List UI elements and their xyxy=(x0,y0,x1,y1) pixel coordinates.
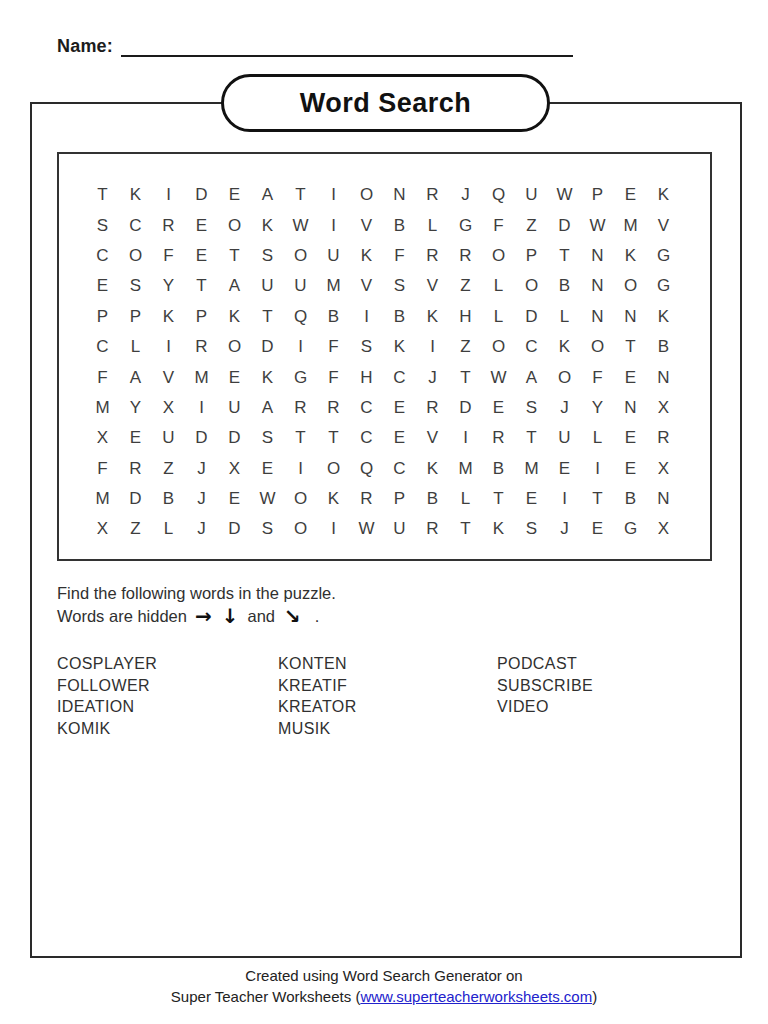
grid-cell: I xyxy=(284,332,317,362)
grid-cell: E xyxy=(185,241,218,271)
grid-cell: I xyxy=(152,180,185,210)
grid-cell: E xyxy=(614,423,647,453)
grid-cell: W xyxy=(251,484,284,514)
grid-cell: O xyxy=(581,332,614,362)
superteacherworksheets-link[interactable]: www.superteacherworksheets.com xyxy=(360,988,592,1005)
word-list-item: FOLLOWER xyxy=(57,675,157,697)
grid-cell: U xyxy=(218,393,251,423)
footer-line2: Super Teacher Worksheets (www.superteach… xyxy=(0,987,768,1008)
word-list-item: SUBSCRIBE xyxy=(497,675,593,697)
word-list-item: KONTEN xyxy=(278,653,357,675)
grid-cell: T xyxy=(449,362,482,392)
word-list-item: KREATIF xyxy=(278,675,357,697)
grid-cell: T xyxy=(515,423,548,453)
grid-cell: K xyxy=(647,180,680,210)
grid-cell: E xyxy=(614,180,647,210)
grid-cell: O xyxy=(284,514,317,544)
grid-cell: D xyxy=(218,423,251,453)
grid-cell: K xyxy=(251,362,284,392)
grid-cell: N xyxy=(614,302,647,332)
word-list-item: COSPLAYER xyxy=(57,653,157,675)
grid-cell: E xyxy=(383,423,416,453)
grid-cell: T xyxy=(86,180,119,210)
grid-cell: R xyxy=(185,332,218,362)
grid-cell: C xyxy=(350,423,383,453)
grid-cell: P xyxy=(86,302,119,332)
grid-cell: U xyxy=(152,423,185,453)
grid-cell: F xyxy=(86,454,119,484)
word-list-item: IDEATION xyxy=(57,696,157,718)
grid-cell: O xyxy=(284,484,317,514)
grid-cell: J xyxy=(548,393,581,423)
arrow-right-icon: → xyxy=(195,605,212,628)
grid-cell: U xyxy=(383,514,416,544)
word-list: COSPLAYERFOLLOWERIDEATIONKOMIK KONTENKRE… xyxy=(57,653,712,748)
grid-cell: F xyxy=(482,210,515,240)
grid-cell: O xyxy=(482,241,515,271)
grid-cell: B xyxy=(383,210,416,240)
grid-cell: Z xyxy=(515,210,548,240)
grid-cell: I xyxy=(317,180,350,210)
title-pill: Word Search xyxy=(221,74,550,132)
grid-cell: F xyxy=(86,362,119,392)
instructions-line1: Find the following words in the puzzle. xyxy=(57,582,336,605)
grid-cell: O xyxy=(317,454,350,484)
grid-cell: M xyxy=(86,393,119,423)
grid-cell: M xyxy=(86,484,119,514)
grid-cell: W xyxy=(350,514,383,544)
grid-cell: J xyxy=(416,362,449,392)
grid-cell: C xyxy=(383,362,416,392)
grid-cell: B xyxy=(548,271,581,301)
grid-cell: G xyxy=(614,514,647,544)
grid-cell: D xyxy=(251,332,284,362)
instructions: Find the following words in the puzzle. … xyxy=(57,582,336,628)
grid-cell: V xyxy=(647,210,680,240)
grid-cell: B xyxy=(152,484,185,514)
grid-cell: X xyxy=(647,393,680,423)
grid-cell: J xyxy=(185,454,218,484)
grid-cell: R xyxy=(284,393,317,423)
word-list-item: VIDEO xyxy=(497,696,593,718)
word-list-column: KONTENKREATIFKREATORMUSIK xyxy=(278,653,357,739)
grid-cell: L xyxy=(548,302,581,332)
grid-cell: W xyxy=(284,210,317,240)
grid-cell: V xyxy=(416,423,449,453)
grid-cell: X xyxy=(86,514,119,544)
grid-cell: K xyxy=(416,302,449,332)
grid-cell: C xyxy=(515,332,548,362)
grid-cell: O xyxy=(614,271,647,301)
grid-cell: A xyxy=(515,362,548,392)
grid-cell: X xyxy=(647,514,680,544)
grid-cell: A xyxy=(218,271,251,301)
grid-cell: B xyxy=(482,454,515,484)
grid-cell: L xyxy=(152,514,185,544)
grid-cell: U xyxy=(548,423,581,453)
grid-cell: R xyxy=(416,180,449,210)
grid-cell: V xyxy=(152,362,185,392)
grid-cell: L xyxy=(449,484,482,514)
grid-cell: N xyxy=(614,393,647,423)
grid-cell: Z xyxy=(119,514,152,544)
grid-cell: I xyxy=(449,423,482,453)
word-list-item: PODCAST xyxy=(497,653,593,675)
grid-cell: L xyxy=(581,423,614,453)
grid-cell: S xyxy=(515,393,548,423)
name-label: Name: xyxy=(57,36,113,57)
grid-cell: R xyxy=(449,241,482,271)
grid-cell: U xyxy=(284,271,317,301)
grid-cell: R xyxy=(416,241,449,271)
grid-cell: W xyxy=(482,362,515,392)
grid-cell: L xyxy=(482,302,515,332)
grid-cell: C xyxy=(350,393,383,423)
grid-cell: I xyxy=(350,302,383,332)
grid-cell: L xyxy=(416,210,449,240)
grid-cell: T xyxy=(284,180,317,210)
grid-cell: T xyxy=(581,484,614,514)
instructions-line2: Words are hidden → ↓ and ↘ . xyxy=(57,605,336,628)
grid-cell: S xyxy=(251,514,284,544)
grid-cell: P xyxy=(185,302,218,332)
grid-cell: S xyxy=(119,271,152,301)
grid-cell: R xyxy=(416,514,449,544)
grid-cell: N xyxy=(383,180,416,210)
grid-cell: I xyxy=(317,514,350,544)
grid-cell: K xyxy=(218,302,251,332)
grid-cell: A xyxy=(251,393,284,423)
grid-cell: E xyxy=(482,393,515,423)
grid-cell: J xyxy=(449,180,482,210)
grid-cell: K xyxy=(614,241,647,271)
word-search-grid: TKIDEATIONRJQUWPEKSCREOKWIVBLGFZDWMVCOFE… xyxy=(86,180,710,545)
grid-cell: V xyxy=(350,210,383,240)
grid-cell: B xyxy=(416,484,449,514)
grid-cell: S xyxy=(350,332,383,362)
word-list-item: KREATOR xyxy=(278,696,357,718)
grid-cell: I xyxy=(581,454,614,484)
grid-cell: T xyxy=(317,423,350,453)
grid-cell: R xyxy=(317,393,350,423)
grid-cell: G xyxy=(647,271,680,301)
grid-cell: A xyxy=(119,362,152,392)
word-list-column: PODCASTSUBSCRIBEVIDEO xyxy=(497,653,593,718)
footer-line2-suffix: ) xyxy=(592,988,597,1005)
grid-cell: S xyxy=(251,241,284,271)
grid-cell: G xyxy=(647,241,680,271)
instructions-and-word: and xyxy=(247,605,275,628)
grid-cell: V xyxy=(416,271,449,301)
grid-cell: R xyxy=(647,423,680,453)
grid-cell: I xyxy=(152,332,185,362)
grid-cell: O xyxy=(119,241,152,271)
grid-cell: X xyxy=(152,393,185,423)
grid-cell: U xyxy=(515,180,548,210)
grid-cell: R xyxy=(482,423,515,453)
grid-cell: N xyxy=(581,271,614,301)
arrow-down-icon: ↓ xyxy=(222,605,239,628)
grid-cell: M xyxy=(317,271,350,301)
grid-cell: D xyxy=(218,514,251,544)
word-list-column: COSPLAYERFOLLOWERIDEATIONKOMIK xyxy=(57,653,157,739)
grid-cell: I xyxy=(317,210,350,240)
grid-cell: E xyxy=(251,454,284,484)
grid-cell: K xyxy=(350,241,383,271)
puzzle-grid-box: TKIDEATIONRJQUWPEKSCREOKWIVBLGFZDWMVCOFE… xyxy=(57,152,712,561)
grid-cell: L xyxy=(482,271,515,301)
grid-cell: K xyxy=(119,180,152,210)
grid-cell: D xyxy=(515,302,548,332)
name-blank-line xyxy=(121,37,573,57)
grid-cell: B xyxy=(317,302,350,332)
grid-cell: T xyxy=(614,332,647,362)
grid-cell: H xyxy=(350,362,383,392)
grid-cell: F xyxy=(317,362,350,392)
grid-cell: B xyxy=(383,302,416,332)
grid-cell: H xyxy=(449,302,482,332)
grid-cell: E xyxy=(515,484,548,514)
grid-cell: F xyxy=(317,332,350,362)
grid-cell: G xyxy=(284,362,317,392)
grid-cell: N xyxy=(647,362,680,392)
grid-cell: X xyxy=(647,454,680,484)
grid-cell: R xyxy=(350,484,383,514)
grid-cell: T xyxy=(218,241,251,271)
grid-cell: E xyxy=(548,454,581,484)
grid-cell: T xyxy=(284,423,317,453)
grid-cell: I xyxy=(185,393,218,423)
grid-cell: E xyxy=(614,362,647,392)
footer-line1: Created using Word Search Generator on xyxy=(0,966,768,987)
grid-cell: R xyxy=(152,210,185,240)
grid-cell: S xyxy=(515,514,548,544)
grid-cell: R xyxy=(119,454,152,484)
grid-cell: S xyxy=(383,271,416,301)
grid-cell: Q xyxy=(482,180,515,210)
grid-cell: Z xyxy=(449,332,482,362)
grid-cell: T xyxy=(185,271,218,301)
grid-cell: V xyxy=(350,271,383,301)
grid-cell: E xyxy=(185,210,218,240)
grid-cell: I xyxy=(548,484,581,514)
grid-cell: E xyxy=(86,271,119,301)
grid-cell: O xyxy=(284,241,317,271)
grid-cell: T xyxy=(449,514,482,544)
grid-cell: E xyxy=(614,454,647,484)
grid-cell: I xyxy=(416,332,449,362)
footer-line2-prefix: Super Teacher Worksheets ( xyxy=(171,988,361,1005)
instructions-line2-text: Words are hidden xyxy=(57,605,187,628)
grid-cell: O xyxy=(548,362,581,392)
grid-cell: O xyxy=(218,332,251,362)
grid-cell: D xyxy=(185,180,218,210)
footer-credit: Created using Word Search Generator on S… xyxy=(0,966,768,1007)
grid-cell: M xyxy=(614,210,647,240)
grid-cell: P xyxy=(581,180,614,210)
word-list-item: MUSIK xyxy=(278,718,357,740)
grid-cell: E xyxy=(218,362,251,392)
page-title: Word Search xyxy=(300,88,472,119)
grid-cell: R xyxy=(416,393,449,423)
grid-cell: D xyxy=(185,423,218,453)
grid-cell: Q xyxy=(284,302,317,332)
grid-cell: O xyxy=(482,332,515,362)
grid-cell: K xyxy=(647,302,680,332)
grid-cell: Q xyxy=(350,454,383,484)
grid-cell: M xyxy=(449,454,482,484)
grid-cell: W xyxy=(548,180,581,210)
grid-cell: E xyxy=(581,514,614,544)
grid-cell: C xyxy=(119,210,152,240)
grid-cell: F xyxy=(581,362,614,392)
grid-cell: O xyxy=(218,210,251,240)
grid-cell: K xyxy=(482,514,515,544)
grid-cell: T xyxy=(482,484,515,514)
grid-cell: Z xyxy=(449,271,482,301)
arrow-diagonal-icon: ↘ xyxy=(284,605,301,628)
name-row: Name: xyxy=(57,36,573,57)
grid-cell: T xyxy=(548,241,581,271)
grid-cell: E xyxy=(218,484,251,514)
grid-cell: O xyxy=(350,180,383,210)
grid-cell: D xyxy=(548,210,581,240)
grid-cell: N xyxy=(581,302,614,332)
grid-cell: Y xyxy=(119,393,152,423)
grid-cell: B xyxy=(614,484,647,514)
grid-cell: J xyxy=(185,514,218,544)
grid-cell: D xyxy=(449,393,482,423)
grid-cell: G xyxy=(449,210,482,240)
grid-cell: Y xyxy=(581,393,614,423)
grid-cell: K xyxy=(152,302,185,332)
grid-cell: L xyxy=(119,332,152,362)
grid-cell: O xyxy=(515,271,548,301)
instructions-period: . xyxy=(315,605,320,628)
grid-cell: U xyxy=(251,271,284,301)
grid-cell: F xyxy=(383,241,416,271)
grid-cell: K xyxy=(548,332,581,362)
grid-cell: C xyxy=(86,241,119,271)
grid-cell: Z xyxy=(152,454,185,484)
grid-cell: E xyxy=(119,423,152,453)
grid-cell: X xyxy=(86,423,119,453)
grid-cell: P xyxy=(515,241,548,271)
grid-cell: M xyxy=(515,454,548,484)
grid-cell: W xyxy=(581,210,614,240)
grid-cell: E xyxy=(218,180,251,210)
grid-cell: F xyxy=(152,241,185,271)
grid-cell: J xyxy=(185,484,218,514)
grid-cell: K xyxy=(317,484,350,514)
grid-cell: K xyxy=(251,210,284,240)
grid-cell: U xyxy=(317,241,350,271)
grid-cell: P xyxy=(119,302,152,332)
grid-cell: X xyxy=(218,454,251,484)
grid-cell: N xyxy=(581,241,614,271)
grid-cell: A xyxy=(251,180,284,210)
grid-cell: J xyxy=(548,514,581,544)
grid-cell: B xyxy=(647,332,680,362)
grid-cell: S xyxy=(251,423,284,453)
word-list-item: KOMIK xyxy=(57,718,157,740)
grid-cell: E xyxy=(383,393,416,423)
grid-cell: P xyxy=(383,484,416,514)
grid-cell: K xyxy=(416,454,449,484)
grid-cell: M xyxy=(185,362,218,392)
grid-cell: Y xyxy=(152,271,185,301)
grid-cell: I xyxy=(284,454,317,484)
grid-cell: C xyxy=(86,332,119,362)
grid-cell: S xyxy=(86,210,119,240)
grid-cell: D xyxy=(119,484,152,514)
grid-cell: T xyxy=(251,302,284,332)
grid-cell: N xyxy=(647,484,680,514)
grid-cell: C xyxy=(383,454,416,484)
grid-cell: K xyxy=(383,332,416,362)
